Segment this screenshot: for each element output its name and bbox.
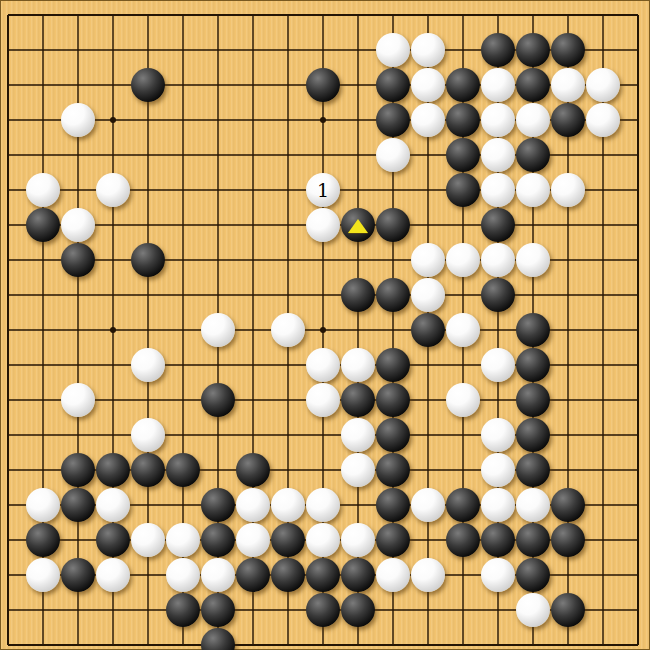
star-point: [320, 117, 326, 123]
black-stone[interactable]: [551, 488, 585, 522]
white-stone[interactable]: [166, 523, 200, 557]
white-stone[interactable]: [341, 418, 375, 452]
black-stone[interactable]: [516, 383, 550, 417]
white-stone[interactable]: [481, 138, 515, 172]
black-stone[interactable]: [131, 68, 165, 102]
black-stone[interactable]: [551, 103, 585, 137]
white-stone[interactable]: [516, 173, 550, 207]
black-stone[interactable]: [446, 68, 480, 102]
white-stone[interactable]: [411, 68, 445, 102]
black-stone[interactable]: [306, 558, 340, 592]
black-stone[interactable]: [376, 383, 410, 417]
black-stone[interactable]: [516, 313, 550, 347]
black-stone[interactable]: [376, 453, 410, 487]
white-stone[interactable]: [481, 558, 515, 592]
white-stone[interactable]: [481, 348, 515, 382]
white-stone[interactable]: [271, 488, 305, 522]
white-stone[interactable]: [61, 208, 95, 242]
black-stone[interactable]: [376, 418, 410, 452]
move-number-label: 1: [317, 181, 329, 200]
white-stone[interactable]: [131, 348, 165, 382]
black-stone[interactable]: [446, 488, 480, 522]
white-stone[interactable]: [201, 558, 235, 592]
white-stone[interactable]: [166, 558, 200, 592]
white-stone[interactable]: [481, 103, 515, 137]
white-stone[interactable]: [411, 488, 445, 522]
white-stone-move-1[interactable]: 1: [306, 173, 340, 207]
star-point: [110, 327, 116, 333]
black-stone[interactable]: [201, 488, 235, 522]
black-stone[interactable]: [61, 243, 95, 277]
white-stone[interactable]: [516, 103, 550, 137]
black-stone[interactable]: [376, 488, 410, 522]
black-stone[interactable]: [201, 383, 235, 417]
white-stone[interactable]: [341, 453, 375, 487]
white-stone[interactable]: [306, 488, 340, 522]
white-stone[interactable]: [551, 68, 585, 102]
white-stone[interactable]: [481, 68, 515, 102]
black-stone[interactable]: [411, 313, 445, 347]
black-stone-triangle-marked[interactable]: [341, 208, 375, 242]
white-stone[interactable]: [411, 243, 445, 277]
black-stone[interactable]: [26, 523, 60, 557]
white-stone[interactable]: [446, 313, 480, 347]
black-stone[interactable]: [516, 418, 550, 452]
black-stone[interactable]: [61, 453, 95, 487]
black-stone[interactable]: [96, 523, 130, 557]
black-stone[interactable]: [271, 523, 305, 557]
black-stone[interactable]: [551, 33, 585, 67]
black-stone[interactable]: [341, 278, 375, 312]
black-stone[interactable]: [341, 558, 375, 592]
white-stone[interactable]: [306, 208, 340, 242]
white-stone[interactable]: [376, 558, 410, 592]
black-stone[interactable]: [376, 208, 410, 242]
white-stone[interactable]: [96, 173, 130, 207]
black-stone[interactable]: [446, 103, 480, 137]
black-stone[interactable]: [516, 138, 550, 172]
go-game-screenshot: 1: [0, 0, 650, 650]
white-stone[interactable]: [481, 418, 515, 452]
white-stone[interactable]: [411, 278, 445, 312]
black-stone[interactable]: [131, 453, 165, 487]
black-stone[interactable]: [201, 523, 235, 557]
white-stone[interactable]: [446, 243, 480, 277]
black-stone[interactable]: [516, 348, 550, 382]
black-stone[interactable]: [516, 68, 550, 102]
white-stone[interactable]: [481, 453, 515, 487]
black-stone[interactable]: [516, 33, 550, 67]
white-stone[interactable]: [26, 558, 60, 592]
black-stone[interactable]: [446, 173, 480, 207]
black-stone[interactable]: [516, 558, 550, 592]
black-stone[interactable]: [26, 208, 60, 242]
white-stone[interactable]: [551, 173, 585, 207]
black-stone[interactable]: [446, 523, 480, 557]
white-stone[interactable]: [131, 418, 165, 452]
white-stone[interactable]: [341, 348, 375, 382]
black-stone[interactable]: [201, 593, 235, 627]
white-stone[interactable]: [376, 33, 410, 67]
white-stone[interactable]: [586, 68, 620, 102]
white-stone[interactable]: [26, 173, 60, 207]
white-stone[interactable]: [341, 523, 375, 557]
star-point: [320, 327, 326, 333]
black-stone[interactable]: [236, 453, 270, 487]
white-stone[interactable]: [411, 103, 445, 137]
black-stone[interactable]: [341, 383, 375, 417]
white-stone[interactable]: [26, 488, 60, 522]
white-stone[interactable]: [481, 243, 515, 277]
black-stone[interactable]: [376, 278, 410, 312]
white-stone[interactable]: [516, 593, 550, 627]
white-stone[interactable]: [586, 103, 620, 137]
black-stone[interactable]: [61, 558, 95, 592]
white-stone[interactable]: [236, 488, 270, 522]
white-stone[interactable]: [131, 523, 165, 557]
white-stone[interactable]: [516, 243, 550, 277]
star-point: [110, 117, 116, 123]
black-stone[interactable]: [376, 348, 410, 382]
white-stone[interactable]: [446, 383, 480, 417]
white-stone[interactable]: [481, 488, 515, 522]
white-stone[interactable]: [376, 138, 410, 172]
white-stone[interactable]: [306, 523, 340, 557]
white-stone[interactable]: [306, 383, 340, 417]
black-stone[interactable]: [376, 103, 410, 137]
black-stone[interactable]: [376, 68, 410, 102]
black-stone[interactable]: [306, 68, 340, 102]
black-stone[interactable]: [96, 453, 130, 487]
black-stone[interactable]: [481, 523, 515, 557]
white-stone[interactable]: [411, 558, 445, 592]
black-stone[interactable]: [516, 523, 550, 557]
black-stone[interactable]: [61, 488, 95, 522]
black-stone[interactable]: [551, 593, 585, 627]
white-stone[interactable]: [61, 103, 95, 137]
black-stone[interactable]: [236, 558, 270, 592]
black-stone[interactable]: [481, 33, 515, 67]
white-stone[interactable]: [201, 313, 235, 347]
black-stone[interactable]: [516, 453, 550, 487]
black-stone[interactable]: [306, 593, 340, 627]
white-stone[interactable]: [481, 173, 515, 207]
white-stone[interactable]: [236, 523, 270, 557]
white-stone[interactable]: [516, 488, 550, 522]
white-stone[interactable]: [96, 558, 130, 592]
black-stone[interactable]: [446, 138, 480, 172]
black-stone[interactable]: [166, 453, 200, 487]
black-stone[interactable]: [341, 593, 375, 627]
white-stone[interactable]: [411, 33, 445, 67]
white-stone[interactable]: [271, 313, 305, 347]
white-stone[interactable]: [96, 488, 130, 522]
black-stone[interactable]: [551, 523, 585, 557]
black-stone[interactable]: [131, 243, 165, 277]
black-stone[interactable]: [376, 523, 410, 557]
black-stone[interactable]: [481, 208, 515, 242]
black-stone[interactable]: [481, 278, 515, 312]
black-stone[interactable]: [166, 593, 200, 627]
white-stone[interactable]: [306, 348, 340, 382]
black-stone[interactable]: [271, 558, 305, 592]
white-stone[interactable]: [61, 383, 95, 417]
triangle-marker-icon: [348, 219, 368, 233]
go-board[interactable]: 1: [0, 0, 650, 650]
